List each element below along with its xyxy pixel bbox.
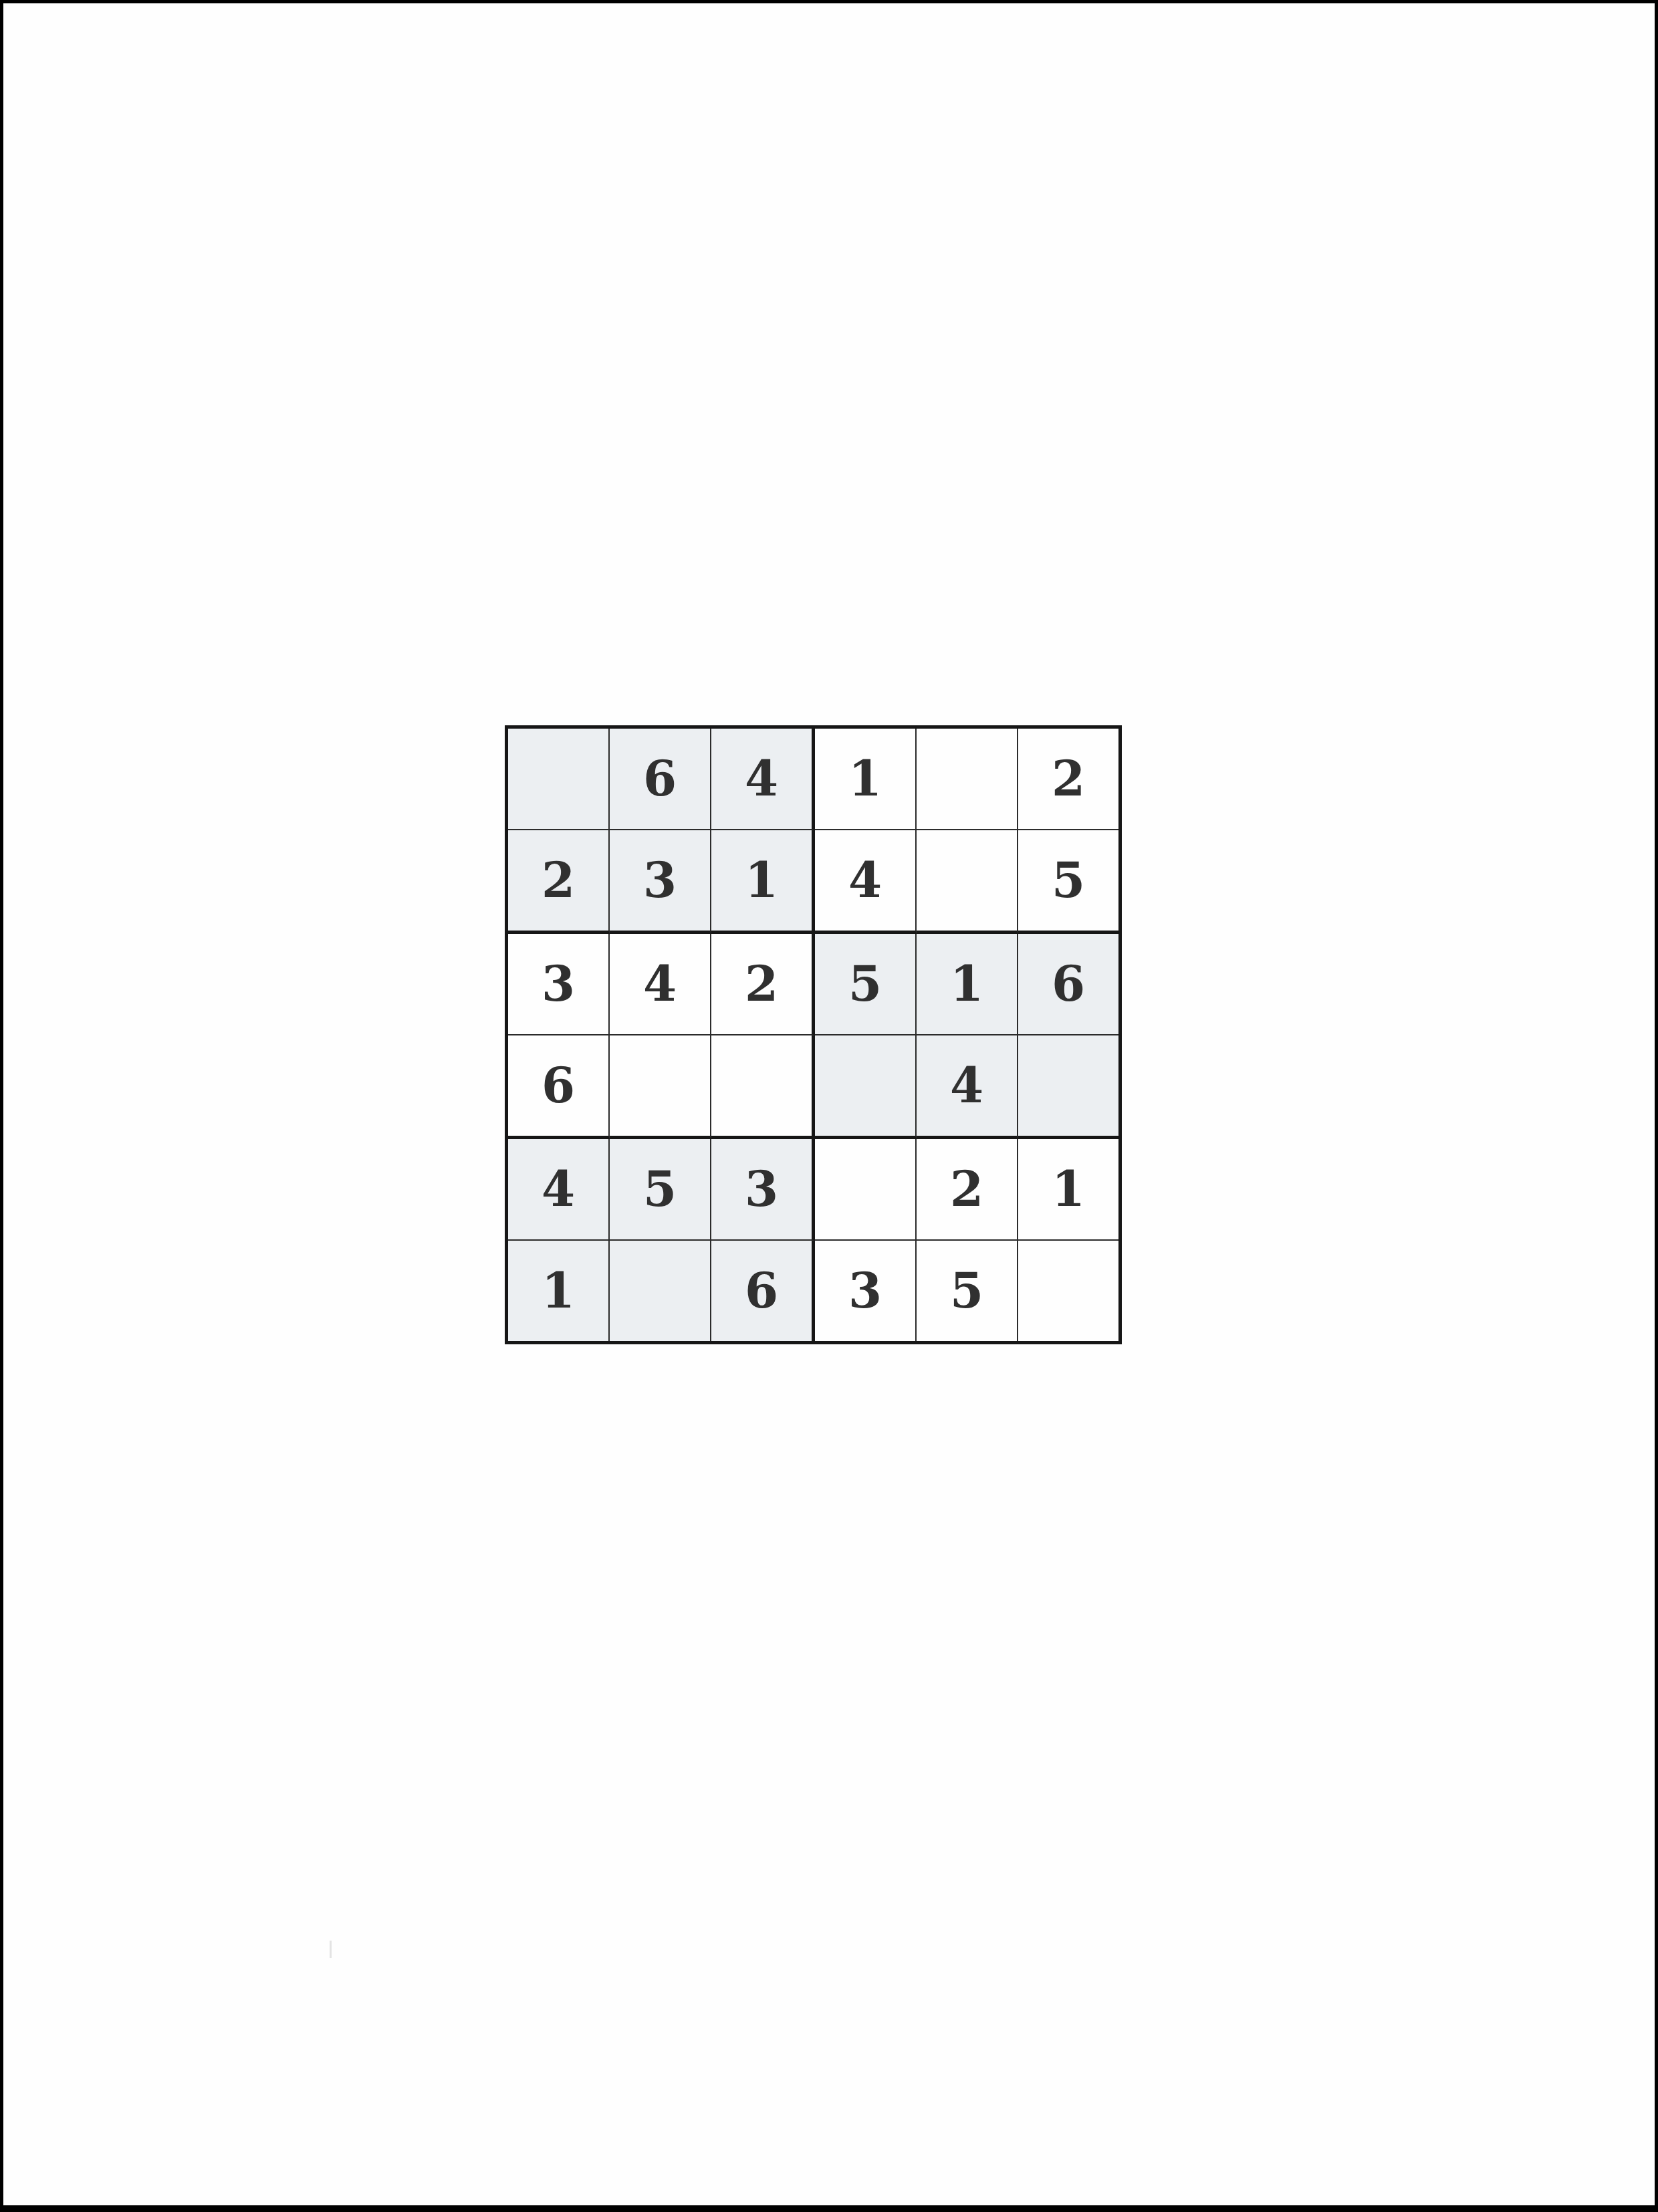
cell-r3c5-given-1: 1 — [917, 934, 1018, 1035]
cell-r4c6-empty — [1018, 1035, 1118, 1139]
paper-sheet: 64122314534251664453211635 — [3, 3, 1655, 2205]
cell-r5c1-given-4: 4 — [508, 1139, 610, 1241]
cell-r3c3-given-2: 2 — [711, 934, 815, 1035]
cell-r2c6-given-5: 5 — [1018, 830, 1118, 934]
cell-r5c5-given-2: 2 — [917, 1139, 1018, 1241]
cell-r1c6-given-2: 2 — [1018, 729, 1118, 830]
cell-r6c5-given-5: 5 — [917, 1241, 1018, 1341]
cell-r5c6-given-1: 1 — [1018, 1139, 1118, 1241]
cell-r2c2-given-3: 3 — [610, 830, 711, 934]
cell-r2c1-given-2: 2 — [508, 830, 610, 934]
cell-r3c2-given-4: 4 — [610, 934, 711, 1035]
cell-r6c6-empty — [1018, 1241, 1118, 1341]
cell-r1c1-empty — [508, 729, 610, 830]
cell-r3c6-given-6: 6 — [1018, 934, 1118, 1035]
scanned-page: 64122314534251664453211635 — [0, 0, 1658, 2212]
cell-r3c4-given-5: 5 — [815, 934, 917, 1035]
cell-r4c5-given-4: 4 — [917, 1035, 1018, 1139]
scan-artifact — [330, 1941, 332, 1958]
cell-r2c5-empty — [917, 830, 1018, 934]
cell-r6c2-empty — [610, 1241, 711, 1341]
cell-r1c5-empty — [917, 729, 1018, 830]
cell-r6c3-given-6: 6 — [711, 1241, 815, 1341]
cell-r5c4-empty — [815, 1139, 917, 1241]
cell-r4c3-empty — [711, 1035, 815, 1139]
cell-r1c2-given-6: 6 — [610, 729, 711, 830]
cell-r2c3-given-1: 1 — [711, 830, 815, 934]
cell-r2c4-given-4: 4 — [815, 830, 917, 934]
cell-r5c3-given-3: 3 — [711, 1139, 815, 1241]
cell-r4c2-empty — [610, 1035, 711, 1139]
cell-r6c4-given-3: 3 — [815, 1241, 917, 1341]
cell-r5c2-given-5: 5 — [610, 1139, 711, 1241]
cell-r1c3-given-4: 4 — [711, 729, 815, 830]
cell-r6c1-given-1: 1 — [508, 1241, 610, 1341]
cell-r4c4-empty — [815, 1035, 917, 1139]
cell-r1c4-given-1: 1 — [815, 729, 917, 830]
cell-r4c1-given-6: 6 — [508, 1035, 610, 1139]
sudoku-board: 64122314534251664453211635 — [505, 725, 1122, 1344]
cell-r3c1-given-3: 3 — [508, 934, 610, 1035]
